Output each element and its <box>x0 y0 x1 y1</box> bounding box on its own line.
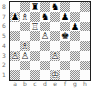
square-g5[interactable] <box>70 31 80 41</box>
square-b8[interactable] <box>20 2 30 12</box>
white-rook-piece: ♖ <box>31 22 40 32</box>
square-h5[interactable] <box>80 31 90 41</box>
square-f5[interactable]: ♚ <box>60 31 70 41</box>
rank-label-2: 2 <box>0 61 8 71</box>
square-d3[interactable] <box>40 51 50 61</box>
black-pawn-piece: ♟ <box>71 22 80 32</box>
square-a5[interactable] <box>10 31 20 41</box>
white-bishop-piece: ♗ <box>21 41 30 51</box>
square-b3[interactable]: ♙ <box>20 51 30 61</box>
square-e2[interactable] <box>50 61 60 71</box>
white-pawn-piece: ♙ <box>51 51 60 61</box>
square-c3[interactable] <box>30 51 40 61</box>
square-f4[interactable] <box>60 41 70 51</box>
square-e8[interactable]: ♞ <box>50 2 60 12</box>
square-d8[interactable] <box>40 2 50 12</box>
white-king-piece: ♔ <box>51 70 60 80</box>
square-c5[interactable] <box>30 31 40 41</box>
square-c6[interactable]: ♖ <box>30 22 40 32</box>
square-f8[interactable] <box>60 2 70 12</box>
file-labels: abcdefgh <box>10 81 90 88</box>
rank-labels: 87654321 <box>0 2 8 80</box>
square-f6[interactable] <box>60 22 70 32</box>
square-e4[interactable] <box>50 41 60 51</box>
square-b2[interactable] <box>20 61 30 71</box>
square-h1[interactable] <box>80 70 90 80</box>
rank-label-7: 7 <box>0 12 8 22</box>
rank-label-5: 5 <box>0 31 8 41</box>
square-e5[interactable] <box>50 31 60 41</box>
square-h4[interactable] <box>80 41 90 51</box>
square-e7[interactable] <box>50 12 60 22</box>
white-pawn-piece: ♙ <box>21 51 30 61</box>
square-b7[interactable]: ♗ <box>20 12 30 22</box>
square-a6[interactable] <box>10 22 20 32</box>
square-d7[interactable]: ♞ <box>40 12 50 22</box>
square-a1[interactable] <box>10 70 20 80</box>
square-h7[interactable] <box>80 12 90 22</box>
square-h6[interactable] <box>80 22 90 32</box>
square-f1[interactable] <box>60 70 70 80</box>
square-b1[interactable] <box>20 70 30 80</box>
square-f2[interactable] <box>60 61 70 71</box>
chess-board: ♜♞♟♗♞♟♖♟♙♚♗♙♙♙♔ <box>9 1 91 81</box>
square-c7[interactable] <box>30 12 40 22</box>
square-h2[interactable] <box>80 61 90 71</box>
square-g8[interactable] <box>70 2 80 12</box>
square-g3[interactable] <box>70 51 80 61</box>
square-g6[interactable]: ♟ <box>70 22 80 32</box>
black-knight-piece: ♞ <box>51 2 60 12</box>
square-a3[interactable]: ♙ <box>10 51 20 61</box>
square-c1[interactable] <box>30 70 40 80</box>
square-a7[interactable]: ♟ <box>10 12 20 22</box>
file-label-d: d <box>40 81 50 88</box>
black-knight-piece: ♞ <box>41 12 50 22</box>
square-e3[interactable]: ♙ <box>50 51 60 61</box>
file-label-f: f <box>60 81 70 88</box>
rank-label-3: 3 <box>0 51 8 61</box>
file-label-b: b <box>20 81 30 88</box>
square-g1[interactable] <box>70 70 80 80</box>
white-pawn-piece: ♙ <box>41 31 50 41</box>
file-label-h: h <box>80 81 90 88</box>
black-pawn-piece: ♟ <box>61 12 70 22</box>
square-h8[interactable] <box>80 2 90 12</box>
square-e6[interactable] <box>50 22 60 32</box>
file-label-g: g <box>70 81 80 88</box>
square-c2[interactable] <box>30 61 40 71</box>
square-h3[interactable] <box>80 51 90 61</box>
black-king-piece: ♚ <box>61 31 70 41</box>
square-g4[interactable] <box>70 41 80 51</box>
square-e1[interactable]: ♔ <box>50 70 60 80</box>
square-b5[interactable] <box>20 31 30 41</box>
chess-diagram: 87654321 ♜♞♟♗♞♟♖♟♙♚♗♙♙♙♔ abcdefgh <box>0 0 92 88</box>
rank-label-6: 6 <box>0 22 8 32</box>
square-a2[interactable] <box>10 61 20 71</box>
white-pawn-piece: ♙ <box>11 51 20 61</box>
square-d1[interactable] <box>40 70 50 80</box>
square-d4[interactable] <box>40 41 50 51</box>
rank-label-8: 8 <box>0 2 8 12</box>
square-a8[interactable] <box>10 2 20 12</box>
square-d6[interactable] <box>40 22 50 32</box>
black-pawn-piece: ♟ <box>11 12 20 22</box>
black-rook-piece: ♜ <box>31 2 40 12</box>
square-c4[interactable] <box>30 41 40 51</box>
square-g7[interactable] <box>70 12 80 22</box>
square-d2[interactable] <box>40 61 50 71</box>
square-a4[interactable] <box>10 41 20 51</box>
square-f3[interactable] <box>60 51 70 61</box>
file-label-e: e <box>50 81 60 88</box>
file-label-a: a <box>10 81 20 88</box>
square-f7[interactable]: ♟ <box>60 12 70 22</box>
white-bishop-piece: ♗ <box>21 12 30 22</box>
rank-label-4: 4 <box>0 41 8 51</box>
square-d5[interactable]: ♙ <box>40 31 50 41</box>
square-b4[interactable]: ♗ <box>20 41 30 51</box>
square-b6[interactable] <box>20 22 30 32</box>
square-g2[interactable] <box>70 61 80 71</box>
rank-label-1: 1 <box>0 70 8 80</box>
file-label-c: c <box>30 81 40 88</box>
square-c8[interactable]: ♜ <box>30 2 40 12</box>
